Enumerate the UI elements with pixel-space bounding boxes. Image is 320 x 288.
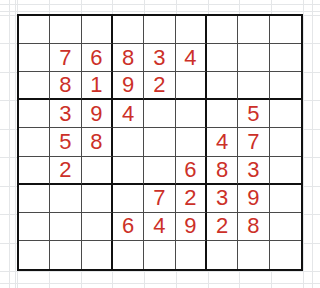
cell-r5c8[interactable]: 7 bbox=[238, 128, 269, 156]
cell-r9c5[interactable] bbox=[144, 241, 175, 269]
cell-r7c9[interactable] bbox=[270, 185, 301, 213]
cell-r1c7[interactable] bbox=[207, 16, 238, 44]
cell-r2c5[interactable]: 3 bbox=[144, 44, 175, 72]
cell-r6c4[interactable] bbox=[113, 157, 144, 185]
cell-r5c4[interactable] bbox=[113, 128, 144, 156]
cell-r9c9[interactable] bbox=[270, 241, 301, 269]
cell-r7c8[interactable]: 9 bbox=[238, 185, 269, 213]
cell-r7c2[interactable] bbox=[50, 185, 81, 213]
background-gridline-bottom bbox=[0, 283, 320, 284]
cell-r6c3[interactable] bbox=[82, 157, 113, 185]
cell-r6c9[interactable] bbox=[270, 157, 301, 185]
cell-r8c9[interactable] bbox=[270, 213, 301, 241]
cell-r7c6[interactable]: 2 bbox=[176, 185, 207, 213]
cell-r7c3[interactable] bbox=[82, 185, 113, 213]
cell-r9c8[interactable] bbox=[238, 241, 269, 269]
cell-r3c2[interactable]: 8 bbox=[50, 72, 81, 100]
cell-r4c2[interactable]: 3 bbox=[50, 100, 81, 128]
cell-r6c5[interactable] bbox=[144, 157, 175, 185]
cell-r4c3[interactable]: 9 bbox=[82, 100, 113, 128]
cell-r8c4[interactable]: 6 bbox=[113, 213, 144, 241]
cell-r4c7[interactable] bbox=[207, 100, 238, 128]
cell-r3c5[interactable]: 2 bbox=[144, 72, 175, 100]
cell-r1c2[interactable] bbox=[50, 16, 81, 44]
cell-r8c2[interactable] bbox=[50, 213, 81, 241]
cell-r5c6[interactable] bbox=[176, 128, 207, 156]
cell-r2c8[interactable] bbox=[238, 44, 269, 72]
cell-r1c5[interactable] bbox=[144, 16, 175, 44]
cell-r9c1[interactable] bbox=[19, 241, 50, 269]
cell-r9c4[interactable] bbox=[113, 241, 144, 269]
cell-r1c9[interactable] bbox=[270, 16, 301, 44]
cell-r3c4[interactable]: 9 bbox=[113, 72, 144, 100]
cell-r7c5[interactable]: 7 bbox=[144, 185, 175, 213]
background-gridline-right bbox=[312, 0, 313, 288]
sudoku-board: 768348192394558472683723964928 bbox=[17, 14, 303, 271]
cell-r5c9[interactable] bbox=[270, 128, 301, 156]
cell-r3c3[interactable]: 1 bbox=[82, 72, 113, 100]
cell-r3c1[interactable] bbox=[19, 72, 50, 100]
cell-r5c7[interactable]: 4 bbox=[207, 128, 238, 156]
cell-r7c7[interactable]: 3 bbox=[207, 185, 238, 213]
cell-r6c2[interactable]: 2 bbox=[50, 157, 81, 185]
cell-r5c3[interactable]: 8 bbox=[82, 128, 113, 156]
cell-r5c2[interactable]: 5 bbox=[50, 128, 81, 156]
cell-r6c1[interactable] bbox=[19, 157, 50, 185]
cell-r6c6[interactable]: 6 bbox=[176, 157, 207, 185]
cell-r3c9[interactable] bbox=[270, 72, 301, 100]
cell-r3c7[interactable] bbox=[207, 72, 238, 100]
cell-r3c8[interactable] bbox=[238, 72, 269, 100]
cell-r4c1[interactable] bbox=[19, 100, 50, 128]
cell-r7c1[interactable] bbox=[19, 185, 50, 213]
cell-r9c6[interactable] bbox=[176, 241, 207, 269]
cell-r1c8[interactable] bbox=[238, 16, 269, 44]
cell-r2c6[interactable]: 4 bbox=[176, 44, 207, 72]
cell-r6c8[interactable]: 3 bbox=[238, 157, 269, 185]
cell-r4c6[interactable] bbox=[176, 100, 207, 128]
cell-r8c1[interactable] bbox=[19, 213, 50, 241]
cell-r4c5[interactable] bbox=[144, 100, 175, 128]
cell-r7c4[interactable] bbox=[113, 185, 144, 213]
cell-r2c7[interactable] bbox=[207, 44, 238, 72]
background-gridline-left bbox=[9, 0, 10, 288]
cell-r1c1[interactable] bbox=[19, 16, 50, 44]
cell-r2c1[interactable] bbox=[19, 44, 50, 72]
cell-r3c6[interactable] bbox=[176, 72, 207, 100]
cell-r5c5[interactable] bbox=[144, 128, 175, 156]
cell-r1c4[interactable] bbox=[113, 16, 144, 44]
cell-r4c8[interactable]: 5 bbox=[238, 100, 269, 128]
cell-r8c8[interactable]: 8 bbox=[238, 213, 269, 241]
cell-r8c5[interactable]: 4 bbox=[144, 213, 175, 241]
background-gridline-top bbox=[0, 4, 320, 5]
cell-r6c7[interactable]: 8 bbox=[207, 157, 238, 185]
cell-r8c3[interactable] bbox=[82, 213, 113, 241]
cell-r8c6[interactable]: 9 bbox=[176, 213, 207, 241]
cell-r2c9[interactable] bbox=[270, 44, 301, 72]
cell-r2c4[interactable]: 8 bbox=[113, 44, 144, 72]
cell-r2c2[interactable]: 7 bbox=[50, 44, 81, 72]
cell-r4c4[interactable]: 4 bbox=[113, 100, 144, 128]
cell-r1c6[interactable] bbox=[176, 16, 207, 44]
cell-r8c7[interactable]: 2 bbox=[207, 213, 238, 241]
cell-r9c2[interactable] bbox=[50, 241, 81, 269]
cell-r2c3[interactable]: 6 bbox=[82, 44, 113, 72]
cell-r5c1[interactable] bbox=[19, 128, 50, 156]
cell-r9c3[interactable] bbox=[82, 241, 113, 269]
cell-r9c7[interactable] bbox=[207, 241, 238, 269]
cell-r4c9[interactable] bbox=[270, 100, 301, 128]
cell-r1c3[interactable] bbox=[82, 16, 113, 44]
